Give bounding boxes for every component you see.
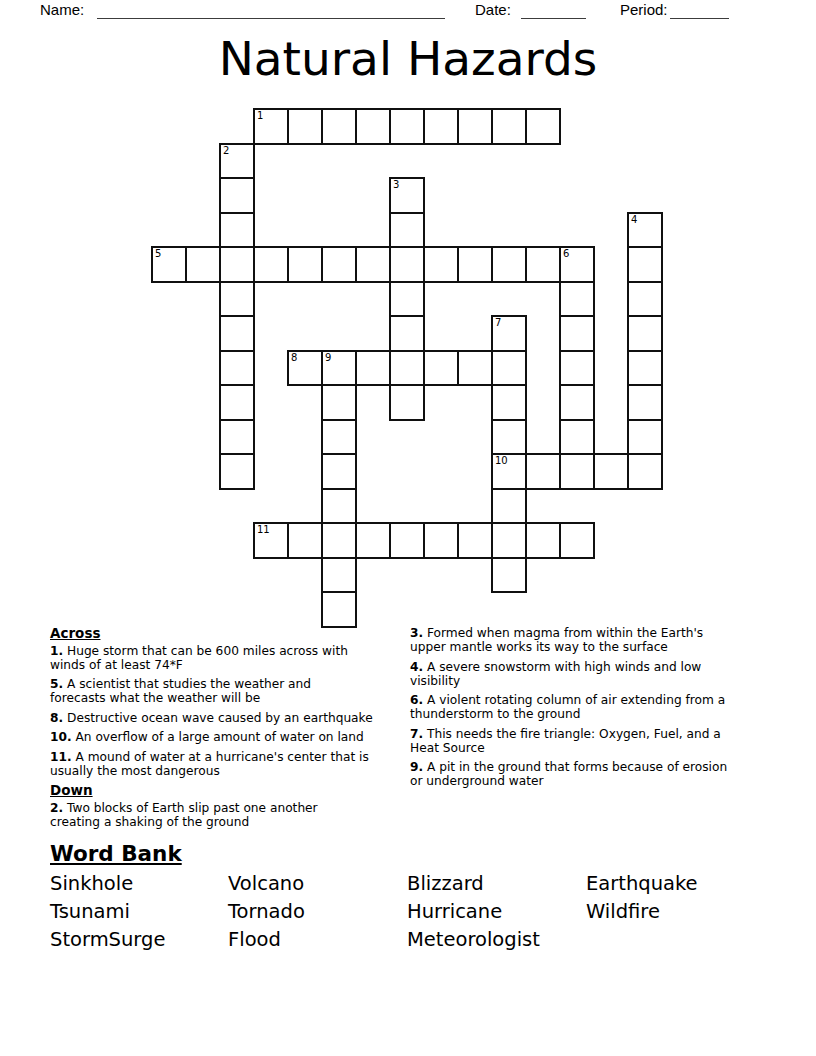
down-clues-right: 3. Formed when magma from within the Ear… [410, 626, 785, 788]
grid-cell[interactable] [219, 177, 255, 214]
clue-number: 4. [410, 660, 423, 674]
grid-cell[interactable] [491, 557, 527, 594]
grid-cell[interactable] [423, 246, 459, 283]
grid-cell[interactable] [389, 212, 425, 249]
grid-cell[interactable]: 7 [491, 315, 527, 352]
grid-cell[interactable] [559, 384, 595, 421]
grid-cell[interactable]: 10 [491, 453, 527, 490]
clue: 4. A severe snowstorm with high winds an… [410, 660, 785, 688]
clue: 11. A mound of water at a hurricane's ce… [50, 750, 408, 778]
grid-cell[interactable] [321, 522, 357, 559]
grid-cell[interactable] [525, 453, 561, 490]
grid-cell[interactable] [559, 315, 595, 352]
grid-cell[interactable] [355, 350, 391, 387]
grid-cell[interactable] [491, 108, 527, 145]
clue-text: Two blocks of Earth slip past one anothe… [50, 801, 318, 829]
grid-cell[interactable] [593, 453, 629, 490]
grid-cell[interactable] [389, 246, 425, 283]
clue: 8. Destructive ocean wave caused by an e… [50, 711, 408, 725]
grid-cell[interactable] [559, 419, 595, 456]
cell-number: 6 [563, 248, 569, 259]
name-label: Name: [40, 1, 84, 18]
word-bank-item: Flood [228, 929, 407, 951]
cell-number: 10 [495, 455, 508, 466]
grid-cell[interactable] [253, 246, 289, 283]
grid-cell[interactable] [321, 591, 357, 628]
grid-cell[interactable] [627, 453, 663, 490]
grid-cell[interactable] [355, 108, 391, 145]
grid-cell[interactable]: 8 [287, 350, 323, 387]
cell-number: 8 [291, 352, 297, 363]
grid-cell[interactable] [559, 522, 595, 559]
clue-text: A mound of water at a hurricane's center… [50, 750, 369, 778]
word-bank-item: Tsunami [50, 901, 228, 923]
grid-cell[interactable] [627, 384, 663, 421]
grid-cell[interactable] [321, 419, 357, 456]
grid-cell[interactable] [559, 350, 595, 387]
grid-cell[interactable] [457, 246, 493, 283]
cell-number: 2 [223, 145, 229, 156]
grid-cell[interactable] [389, 350, 425, 387]
grid-cell[interactable] [423, 522, 459, 559]
across-clues: 1. Huge storm that can be 600 miles acro… [50, 644, 408, 778]
period-line[interactable] [670, 1, 729, 19]
cell-number: 11 [257, 524, 270, 535]
grid-cell[interactable] [219, 384, 255, 421]
clue-text: Formed when magma from within the Earth'… [410, 626, 703, 654]
grid-cell[interactable] [491, 419, 527, 456]
grid-cell[interactable] [525, 108, 561, 145]
grid-cell[interactable]: 1 [253, 108, 289, 145]
grid-cell[interactable] [559, 281, 595, 318]
grid-cell[interactable] [321, 108, 357, 145]
grid-cell[interactable] [627, 246, 663, 283]
grid-cell[interactable] [219, 281, 255, 318]
grid-cell[interactable] [457, 522, 493, 559]
clue: 1. Huge storm that can be 600 miles acro… [50, 644, 408, 672]
grid-cell[interactable] [219, 419, 255, 456]
grid-cell[interactable] [491, 384, 527, 421]
grid-cell[interactable]: 6 [559, 246, 595, 283]
grid-cell[interactable] [389, 108, 425, 145]
name-line[interactable] [97, 1, 445, 19]
word-bank-item: Earthquake [586, 873, 698, 895]
clue: 5. A scientist that studies the weather … [50, 677, 408, 705]
grid-cell[interactable] [627, 315, 663, 352]
clue-text: An overflow of a large amount of water o… [72, 730, 364, 744]
cell-number: 3 [393, 179, 399, 190]
clue-text: A violent rotating column of air extendi… [410, 693, 725, 721]
word-bank-item: Meteorologist [407, 929, 586, 951]
word-bank-item: Tornado [228, 901, 407, 923]
cell-number: 7 [495, 317, 501, 328]
grid-cell[interactable] [525, 522, 561, 559]
clue: 7. This needs the fire triangle: Oxygen,… [410, 727, 785, 755]
cell-number: 9 [325, 352, 331, 363]
clues-right-column: 3. Formed when magma from within the Ear… [410, 626, 785, 794]
clue-text: Destructive ocean wave caused by an eart… [63, 711, 373, 725]
clue-number: 11. [50, 750, 72, 764]
date-label: Date: [475, 1, 511, 18]
grid-cell[interactable]: 4 [627, 212, 663, 249]
date-line[interactable] [521, 1, 586, 19]
clue: 3. Formed when magma from within the Ear… [410, 626, 785, 654]
word-bank-item: Hurricane [407, 901, 586, 923]
grid-cell[interactable]: 2 [219, 143, 255, 180]
grid-cell[interactable] [321, 557, 357, 594]
grid-cell[interactable]: 5 [151, 246, 187, 283]
clue-number: 3. [410, 626, 423, 640]
grid-cell[interactable] [219, 453, 255, 490]
cell-number: 5 [155, 248, 161, 259]
grid-cell[interactable] [287, 246, 323, 283]
crossword-grid: 1234567891011 [152, 109, 662, 627]
grid-cell[interactable]: 11 [253, 522, 289, 559]
clue-text: This needs the fire triangle: Oxygen, Fu… [410, 727, 721, 755]
across-heading: Across [50, 626, 408, 640]
word-bank-item: Wildfire [586, 901, 698, 923]
grid-cell[interactable] [389, 315, 425, 352]
word-bank-item: Volcano [228, 873, 407, 895]
grid-cell[interactable] [219, 212, 255, 249]
word-bank: SinkholeVolcanoBlizzardEarthquakeTsunami… [50, 873, 698, 951]
clue: 6. A violent rotating column of air exte… [410, 693, 785, 721]
grid-cell[interactable] [457, 108, 493, 145]
clue-number: 9. [410, 760, 423, 774]
grid-cell[interactable] [321, 246, 357, 283]
word-bank-heading: Word Bank [50, 841, 182, 866]
grid-cell[interactable] [491, 488, 527, 525]
grid-cell[interactable] [355, 246, 391, 283]
cell-number: 4 [631, 214, 637, 225]
grid-cell[interactable]: 3 [389, 177, 425, 214]
page-title: Natural Hazards [0, 31, 816, 86]
grid-cell[interactable] [389, 522, 425, 559]
word-bank-item: StormSurge [50, 929, 228, 951]
clue-text: A scientist that studies the weather and… [50, 677, 311, 705]
clue-number: 2. [50, 801, 63, 815]
grid-cell[interactable] [525, 246, 561, 283]
period-label: Period: [620, 1, 668, 18]
clue: 9. A pit in the ground that forms becaus… [410, 760, 785, 788]
grid-cell[interactable] [219, 246, 255, 283]
grid-cell[interactable] [389, 384, 425, 421]
grid-cell[interactable] [219, 350, 255, 387]
grid-cell[interactable] [355, 522, 391, 559]
grid-cell[interactable] [321, 384, 357, 421]
grid-cell[interactable] [627, 281, 663, 318]
clue-number: 6. [410, 693, 423, 707]
word-bank-item: Sinkhole [50, 873, 228, 895]
grid-cell[interactable] [389, 281, 425, 318]
clue-text: Huge storm that can be 600 miles across … [50, 644, 348, 672]
grid-cell[interactable] [627, 419, 663, 456]
word-bank-item: Blizzard [407, 873, 586, 895]
grid-cell[interactable] [423, 108, 459, 145]
clue-number: 7. [410, 727, 423, 741]
grid-cell[interactable] [627, 350, 663, 387]
clues-left-column: Across 1. Huge storm that can be 600 mil… [50, 626, 408, 834]
down-heading: Down [50, 783, 408, 797]
clue: 10. An overflow of a large amount of wat… [50, 730, 408, 744]
grid-cell[interactable] [423, 350, 459, 387]
clue-text: A pit in the ground that forms because o… [410, 760, 727, 788]
clue-number: 1. [50, 644, 63, 658]
grid-cell[interactable] [321, 488, 357, 525]
grid-cell[interactable] [491, 522, 527, 559]
grid-cell[interactable] [491, 350, 527, 387]
clue-number: 5. [50, 677, 63, 691]
grid-cell[interactable] [457, 350, 493, 387]
grid-cell[interactable] [287, 108, 323, 145]
grid-cell[interactable] [559, 453, 595, 490]
grid-cell[interactable] [321, 453, 357, 490]
grid-cell[interactable] [287, 522, 323, 559]
clue-text: A severe snowstorm with high winds and l… [410, 660, 701, 688]
clue-number: 8. [50, 711, 63, 725]
clue: 2. Two blocks of Earth slip past one ano… [50, 801, 408, 829]
down-clues-left: 2. Two blocks of Earth slip past one ano… [50, 801, 408, 829]
grid-cell[interactable] [219, 315, 255, 352]
cell-number: 1 [257, 110, 263, 121]
grid-cell[interactable]: 9 [321, 350, 357, 387]
grid-cell[interactable] [185, 246, 221, 283]
clue-number: 10. [50, 730, 72, 744]
grid-cell[interactable] [491, 246, 527, 283]
